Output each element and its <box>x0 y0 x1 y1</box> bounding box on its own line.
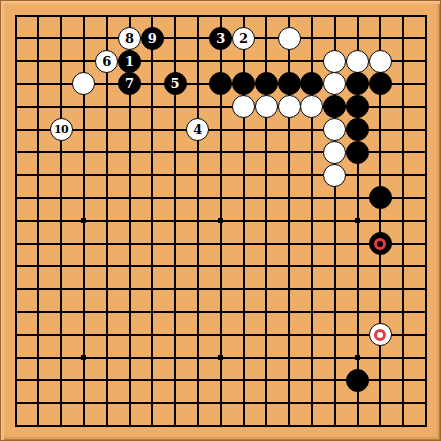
go-stone-white <box>300 95 323 118</box>
go-stone-white: 4 <box>186 118 209 141</box>
go-stone-white: 8 <box>118 27 141 50</box>
go-stone-black: 3 <box>209 27 232 50</box>
go-stone-white <box>255 95 278 118</box>
go-stone-black: 5 <box>164 72 187 95</box>
go-stone-black <box>323 95 346 118</box>
go-stone-black <box>369 186 392 209</box>
move-number-label: 9 <box>148 31 157 44</box>
go-stone-white <box>323 141 346 164</box>
go-stone-white <box>72 72 95 95</box>
star-point <box>355 355 360 360</box>
grid-line-horizontal <box>15 402 427 404</box>
grid-line-horizontal <box>15 425 427 427</box>
move-number-label: 4 <box>193 123 202 136</box>
go-stone-white <box>323 164 346 187</box>
grid-line-horizontal <box>15 288 427 290</box>
go-stone-white <box>278 27 301 50</box>
circle-marker-icon <box>374 238 386 250</box>
move-number-label: 10 <box>54 124 68 135</box>
go-stone-white <box>323 72 346 95</box>
go-stone-black <box>278 72 301 95</box>
go-stone-black: 9 <box>141 27 164 50</box>
move-number-label: 7 <box>125 77 134 90</box>
go-stone-black <box>369 72 392 95</box>
move-number-label: 5 <box>171 77 180 90</box>
go-stone-white <box>346 50 369 73</box>
circle-marker-icon <box>374 329 386 341</box>
go-stone-black: 7 <box>118 72 141 95</box>
grid-line-horizontal <box>15 334 427 336</box>
go-stone-black-marked <box>369 232 392 255</box>
go-stone-white <box>323 50 346 73</box>
grid-line-vertical <box>425 15 427 427</box>
move-number-label: 6 <box>102 54 111 67</box>
go-stone-white: 2 <box>232 27 255 50</box>
star-point <box>81 355 86 360</box>
go-stone-white <box>369 50 392 73</box>
go-stone-white <box>232 95 255 118</box>
go-stone-black <box>346 141 369 164</box>
grid-line-horizontal <box>15 311 427 313</box>
go-stone-white <box>323 118 346 141</box>
star-point <box>81 218 86 223</box>
go-stone-white <box>278 95 301 118</box>
go-stone-white-marked <box>369 323 392 346</box>
go-stone-black <box>232 72 255 95</box>
move-number-label: 8 <box>125 31 134 44</box>
go-stone-black <box>255 72 278 95</box>
go-stone-black <box>346 118 369 141</box>
go-stone-black <box>300 72 323 95</box>
star-point <box>218 218 223 223</box>
go-stone-white: 10 <box>50 118 73 141</box>
go-stone-black <box>346 72 369 95</box>
go-stone-white: 6 <box>95 50 118 73</box>
move-number-label: 3 <box>216 31 225 44</box>
grid-line-horizontal <box>15 265 427 267</box>
go-stone-black <box>346 369 369 392</box>
go-stone-black <box>346 95 369 118</box>
star-point <box>218 355 223 360</box>
star-point <box>355 218 360 223</box>
move-number-label: 1 <box>125 54 134 67</box>
grid-line-vertical <box>402 15 404 427</box>
go-stone-black <box>209 72 232 95</box>
go-stone-black: 1 <box>118 50 141 73</box>
go-board-frame: 89326175104 <box>0 0 441 441</box>
move-number-label: 2 <box>239 31 248 44</box>
grid-line-horizontal <box>15 243 427 245</box>
